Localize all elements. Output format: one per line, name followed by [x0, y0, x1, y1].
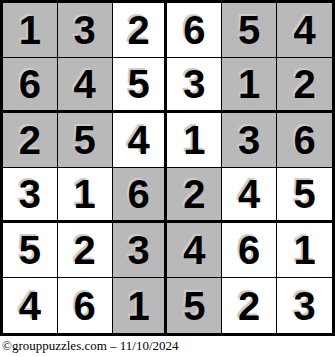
cell-r3c4[interactable]: 1 [167, 113, 222, 168]
cell-r6c6[interactable]: 3 [277, 278, 332, 333]
digit: 5 [127, 64, 149, 104]
digit: 5 [183, 286, 205, 326]
cell-r3c5[interactable]: 3 [222, 113, 277, 168]
digit: 5 [74, 120, 96, 160]
digit: 3 [183, 64, 205, 104]
digit: 6 [127, 174, 149, 214]
cell-r4c1[interactable]: 3 [3, 168, 58, 223]
cell-r1c4[interactable]: 6 [167, 3, 222, 58]
cell-r4c4[interactable]: 2 [167, 168, 222, 223]
cell-r3c3[interactable]: 4 [113, 113, 168, 168]
digit: 2 [183, 174, 205, 214]
copyright-date-text: ©grouppuzzles.com – 11/10/2024 [2, 338, 333, 354]
cell-r4c5[interactable]: 4 [222, 168, 277, 223]
cell-r5c4[interactable]: 4 [167, 223, 222, 278]
digit: 4 [183, 230, 205, 270]
digit: 4 [127, 120, 149, 160]
cell-r1c2[interactable]: 3 [58, 3, 113, 58]
cell-r2c5[interactable]: 1 [222, 58, 277, 113]
cell-r2c2[interactable]: 4 [58, 58, 113, 113]
cell-r6c3[interactable]: 1 [113, 278, 168, 333]
cell-r5c6[interactable]: 1 [277, 223, 332, 278]
digit: 3 [293, 286, 315, 326]
digit: 5 [238, 10, 260, 50]
cell-r4c2[interactable]: 1 [58, 168, 113, 223]
cell-r6c1[interactable]: 4 [3, 278, 58, 333]
digit: 1 [238, 64, 260, 104]
cell-r5c5[interactable]: 6 [222, 223, 277, 278]
cell-r5c2[interactable]: 2 [58, 223, 113, 278]
cell-r1c1[interactable]: 1 [3, 3, 58, 58]
digit: 6 [238, 230, 260, 270]
cell-r1c6[interactable]: 4 [277, 3, 332, 58]
cell-r1c5[interactable]: 5 [222, 3, 277, 58]
cell-r2c3[interactable]: 5 [113, 58, 168, 113]
digit: 3 [238, 120, 260, 160]
cell-r1c3[interactable]: 2 [113, 3, 168, 58]
digit: 2 [238, 286, 260, 326]
digit: 1 [127, 286, 149, 326]
digit: 1 [74, 174, 96, 214]
sudoku-page: 132654645312254136316245523461461523 ©gr… [0, 0, 335, 357]
sudoku-board: 132654645312254136316245523461461523 [0, 0, 335, 336]
cell-r2c6[interactable]: 2 [277, 58, 332, 113]
digit: 3 [74, 10, 96, 50]
digit: 4 [19, 286, 41, 326]
digit: 1 [183, 120, 205, 160]
digit: 2 [127, 10, 149, 50]
cell-r3c1[interactable]: 2 [3, 113, 58, 168]
cell-r2c4[interactable]: 3 [167, 58, 222, 113]
digit: 6 [19, 64, 41, 104]
digit: 2 [293, 64, 315, 104]
digit: 4 [293, 10, 315, 50]
digit: 1 [19, 10, 41, 50]
cell-r6c5[interactable]: 2 [222, 278, 277, 333]
cell-r3c2[interactable]: 5 [58, 113, 113, 168]
digit: 3 [19, 174, 41, 214]
digit: 1 [293, 230, 315, 270]
digit: 5 [293, 174, 315, 214]
digit: 4 [238, 174, 260, 214]
digit: 2 [74, 230, 96, 270]
digit: 6 [183, 10, 205, 50]
cell-r3c6[interactable]: 6 [277, 113, 332, 168]
cell-r5c3[interactable]: 3 [113, 223, 168, 278]
digit: 2 [19, 120, 41, 160]
digit: 5 [19, 230, 41, 270]
cell-r5c1[interactable]: 5 [3, 223, 58, 278]
digit: 6 [293, 120, 315, 160]
digit: 6 [74, 286, 96, 326]
cell-r6c2[interactable]: 6 [58, 278, 113, 333]
digit: 3 [127, 230, 149, 270]
cell-r4c3[interactable]: 6 [113, 168, 168, 223]
cell-r4c6[interactable]: 5 [277, 168, 332, 223]
cell-r6c4[interactable]: 5 [167, 278, 222, 333]
cell-r2c1[interactable]: 6 [3, 58, 58, 113]
digit: 4 [74, 64, 96, 104]
